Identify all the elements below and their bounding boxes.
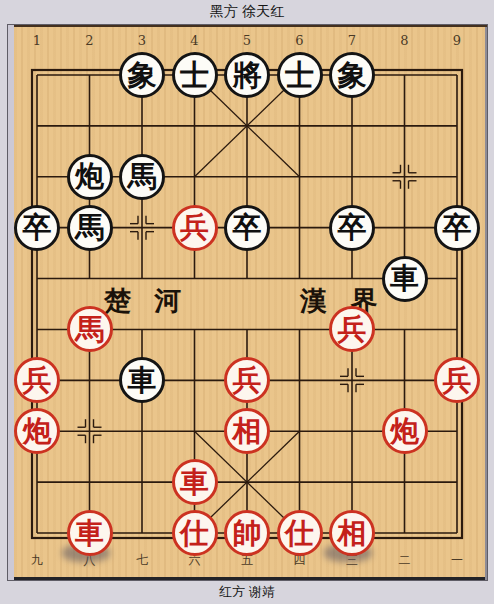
piece-glyph: 兵: [443, 366, 472, 395]
piece-red-兵[interactable]: 兵: [172, 205, 218, 251]
piece-red-兵[interactable]: 兵: [434, 357, 480, 403]
piece-red-帥[interactable]: 帥: [224, 510, 270, 556]
piece-black-象[interactable]: 象: [119, 52, 165, 98]
piece-glyph: 兵: [233, 366, 262, 395]
piece-black-士[interactable]: 士: [172, 52, 218, 98]
xiangqi-board: 123456789 九八七六五四三二一 楚 河 漢 界 象士將士象炮馬卒馬兵卒卒…: [8, 25, 487, 580]
piece-red-仕[interactable]: 仕: [172, 510, 218, 556]
piece-glyph: 車: [180, 468, 209, 497]
piece-red-炮[interactable]: 炮: [382, 408, 428, 454]
piece-black-車[interactable]: 車: [119, 357, 165, 403]
piece-black-馬[interactable]: 馬: [67, 205, 113, 251]
piece-black-車[interactable]: 車: [382, 256, 428, 302]
piece-glyph: 兵: [23, 366, 52, 395]
piece-glyph: 馬: [75, 315, 104, 344]
piece-glyph: 炮: [75, 162, 104, 191]
piece-black-將[interactable]: 將: [224, 52, 270, 98]
piece-red-車[interactable]: 車: [67, 510, 113, 556]
piece-red-兵[interactable]: 兵: [224, 357, 270, 403]
piece-glyph: 象: [338, 61, 367, 90]
piece-glyph: 車: [390, 264, 419, 293]
piece-glyph: 炮: [23, 417, 52, 446]
piece-glyph: 士: [285, 61, 314, 90]
piece-glyph: 相: [233, 417, 262, 446]
piece-red-車[interactable]: 車: [172, 459, 218, 505]
piece-red-兵[interactable]: 兵: [329, 306, 375, 352]
piece-black-馬[interactable]: 馬: [119, 154, 165, 200]
piece-glyph: 將: [233, 61, 262, 90]
piece-glyph: 卒: [443, 213, 472, 242]
piece-glyph: 卒: [23, 213, 52, 242]
piece-glyph: 卒: [338, 213, 367, 242]
piece-glyph: 兵: [338, 315, 367, 344]
pieces-layer: 象士將士象炮馬卒馬兵卒卒卒車馬兵兵車兵兵炮相炮車車仕帥仕相: [8, 25, 487, 580]
piece-black-卒[interactable]: 卒: [329, 205, 375, 251]
piece-glyph: 仕: [180, 519, 209, 548]
piece-black-卒[interactable]: 卒: [224, 205, 270, 251]
piece-glyph: 車: [128, 366, 157, 395]
piece-glyph: 帥: [233, 519, 262, 548]
black-player-label: 黑方 徐天红: [0, 3, 494, 21]
piece-glyph: 馬: [128, 162, 157, 191]
piece-red-相[interactable]: 相: [329, 510, 375, 556]
piece-glyph: 兵: [180, 213, 209, 242]
piece-glyph: 象: [128, 61, 157, 90]
piece-glyph: 炮: [390, 417, 419, 446]
piece-red-兵[interactable]: 兵: [14, 357, 60, 403]
piece-black-卒[interactable]: 卒: [434, 205, 480, 251]
piece-black-卒[interactable]: 卒: [14, 205, 60, 251]
piece-glyph: 士: [180, 61, 209, 90]
piece-black-炮[interactable]: 炮: [67, 154, 113, 200]
piece-black-象[interactable]: 象: [329, 52, 375, 98]
piece-glyph: 仕: [285, 519, 314, 548]
piece-glyph: 相: [338, 519, 367, 548]
piece-black-士[interactable]: 士: [277, 52, 323, 98]
piece-glyph: 馬: [75, 213, 104, 242]
piece-red-馬[interactable]: 馬: [67, 306, 113, 352]
piece-red-仕[interactable]: 仕: [277, 510, 323, 556]
piece-glyph: 卒: [233, 213, 262, 242]
piece-red-相[interactable]: 相: [224, 408, 270, 454]
piece-red-炮[interactable]: 炮: [14, 408, 60, 454]
red-player-label: 红方 谢靖: [0, 583, 494, 601]
piece-glyph: 車: [75, 519, 104, 548]
